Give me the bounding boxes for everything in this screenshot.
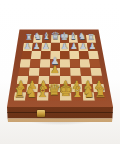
white-rook-h1[interactable]: ♜ — [95, 86, 107, 99]
black-pawn-h7[interactable]: ♟ — [89, 41, 96, 49]
black-pawn-f7[interactable]: ♟ — [70, 41, 77, 49]
black-pawn-e7[interactable]: ♟ — [61, 41, 68, 49]
white-pawn-d4[interactable]: ♟ — [50, 64, 59, 74]
pieces-layer: ♜♞♝♛♚♝♞♜♟♟♟♟♟♟♟♟♟♟♟♟♟♟♟♟♜♞♝♛♚♝♞♜ — [0, 0, 120, 144]
black-pawn-a7[interactable]: ♟ — [24, 41, 31, 49]
white-knight-g1[interactable]: ♞ — [83, 85, 96, 99]
chess-set-photo: ♜♞♝♛♚♝♞♜♟♟♟♟♟♟♟♟♟♟♟♟♟♟♟♟♜♞♝♛♚♝♞♜ — [0, 0, 120, 144]
white-rook-a1[interactable]: ♜ — [14, 86, 26, 99]
black-pawn-g7[interactable]: ♟ — [79, 41, 86, 49]
black-pawn-b7[interactable]: ♟ — [33, 41, 40, 49]
black-pawn-c7[interactable]: ♟ — [42, 41, 49, 49]
black-queen-d8[interactable]: ♛ — [51, 31, 60, 41]
